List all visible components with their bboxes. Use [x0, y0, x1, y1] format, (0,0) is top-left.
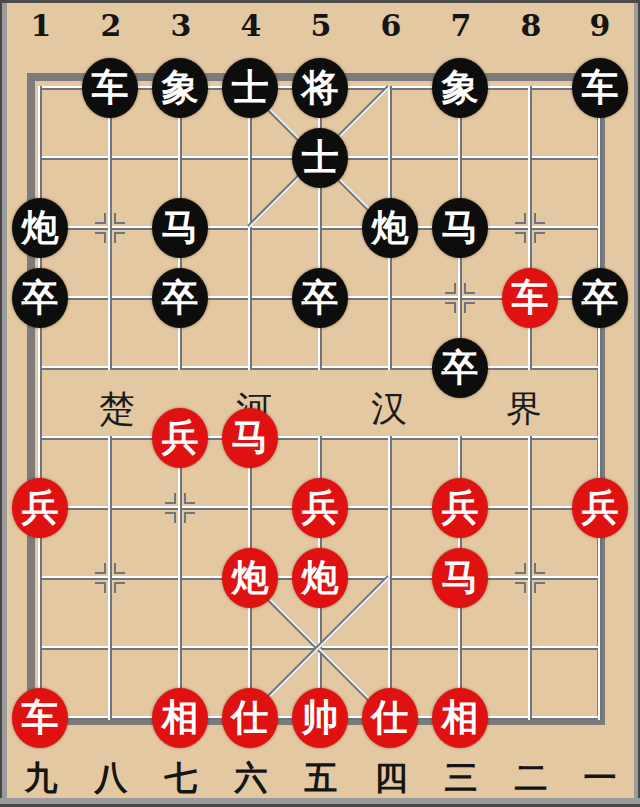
position-marker — [114, 582, 125, 593]
file-label-bottom: 六 — [235, 756, 268, 801]
position-marker — [114, 213, 125, 224]
file-label-bottom: 九 — [25, 756, 58, 801]
position-marker — [114, 232, 125, 243]
piece-red-chariot[interactable]: 车 — [502, 268, 558, 328]
grid-vline — [598, 86, 602, 720]
grid-vline — [248, 86, 252, 370]
file-label-bottom: 八 — [95, 756, 128, 801]
position-marker — [95, 232, 106, 243]
file-label-bottom: 七 — [165, 756, 198, 801]
xiangqi-board: 1 2 3 4 5 6 7 8 9 楚 河 汉 界 车象士将象车士炮马炮马卒卒卒… — [0, 0, 640, 807]
piece-red-horse[interactable]: 马 — [222, 408, 278, 468]
position-marker — [515, 582, 526, 593]
grid-vline — [178, 436, 182, 720]
file-label-top: 1 — [31, 8, 52, 43]
position-marker — [515, 213, 526, 224]
position-marker — [184, 493, 195, 504]
piece-black-soldier[interactable]: 卒 — [12, 268, 68, 328]
position-marker — [95, 582, 106, 593]
file-label-top: 7 — [451, 8, 472, 43]
position-marker — [95, 213, 106, 224]
piece-red-soldier[interactable]: 兵 — [12, 478, 68, 538]
piece-black-horse[interactable]: 马 — [432, 198, 488, 258]
position-marker — [464, 283, 475, 294]
file-label-bottom: 二 — [515, 756, 548, 801]
file-label-bottom: 三 — [445, 756, 478, 801]
position-marker — [515, 232, 526, 243]
piece-red-soldier[interactable]: 兵 — [292, 478, 348, 538]
file-label-bottom: 一 — [584, 756, 617, 801]
file-label-top: 6 — [381, 8, 402, 43]
file-label-top: 9 — [590, 8, 611, 43]
position-marker — [95, 563, 106, 574]
piece-red-general[interactable]: 帅 — [292, 688, 348, 748]
piece-black-soldier[interactable]: 卒 — [152, 268, 208, 328]
piece-red-advisor[interactable]: 仕 — [362, 688, 418, 748]
piece-red-soldier[interactable]: 兵 — [152, 408, 208, 468]
file-label-top: 8 — [521, 8, 542, 43]
piece-black-advisor[interactable]: 士 — [222, 58, 278, 118]
piece-black-elephant[interactable]: 象 — [152, 58, 208, 118]
position-marker — [534, 213, 545, 224]
position-marker — [445, 283, 456, 294]
piece-black-soldier[interactable]: 卒 — [432, 338, 488, 398]
piece-red-cannon[interactable]: 炮 — [292, 548, 348, 608]
image-border-top — [0, 0, 640, 3]
river-text-han: 汉 — [371, 385, 407, 434]
piece-black-elephant[interactable]: 象 — [432, 58, 488, 118]
position-marker — [534, 232, 545, 243]
grid-vline — [108, 86, 112, 370]
piece-black-chariot[interactable]: 车 — [572, 58, 628, 118]
file-label-top: 5 — [311, 8, 332, 43]
river-text-chu: 楚 — [99, 385, 135, 434]
position-marker — [464, 302, 475, 313]
piece-black-horse[interactable]: 马 — [152, 198, 208, 258]
piece-red-soldier[interactable]: 兵 — [572, 478, 628, 538]
position-marker — [165, 512, 176, 523]
position-marker — [184, 512, 195, 523]
piece-red-elephant[interactable]: 相 — [432, 688, 488, 748]
piece-red-cannon[interactable]: 炮 — [222, 548, 278, 608]
river-text-jie: 界 — [506, 385, 542, 434]
piece-red-chariot[interactable]: 车 — [12, 688, 68, 748]
piece-red-advisor[interactable]: 仕 — [222, 688, 278, 748]
position-marker — [534, 582, 545, 593]
file-label-bottom: 五 — [305, 756, 338, 801]
image-border-left — [0, 0, 7, 807]
piece-black-soldier[interactable]: 卒 — [292, 268, 348, 328]
position-marker — [534, 563, 545, 574]
piece-red-horse[interactable]: 马 — [432, 548, 488, 608]
image-border-bottom — [0, 798, 640, 807]
grid-vline — [528, 436, 532, 720]
piece-black-general[interactable]: 将 — [292, 58, 348, 118]
piece-black-soldier[interactable]: 卒 — [572, 268, 628, 328]
piece-red-elephant[interactable]: 相 — [152, 688, 208, 748]
piece-red-soldier[interactable]: 兵 — [432, 478, 488, 538]
file-label-bottom: 四 — [375, 756, 408, 801]
position-marker — [114, 563, 125, 574]
grid-vline — [38, 86, 42, 720]
position-marker — [445, 302, 456, 313]
file-label-top: 3 — [171, 8, 192, 43]
image-border-right — [634, 0, 640, 807]
piece-black-advisor[interactable]: 士 — [292, 128, 348, 188]
piece-black-chariot[interactable]: 车 — [82, 58, 138, 118]
file-label-top: 2 — [101, 8, 122, 43]
file-label-top: 4 — [241, 8, 262, 43]
piece-black-cannon[interactable]: 炮 — [362, 198, 418, 258]
grid-vline — [108, 436, 112, 720]
position-marker — [165, 493, 176, 504]
position-marker — [515, 563, 526, 574]
piece-black-cannon[interactable]: 炮 — [12, 198, 68, 258]
